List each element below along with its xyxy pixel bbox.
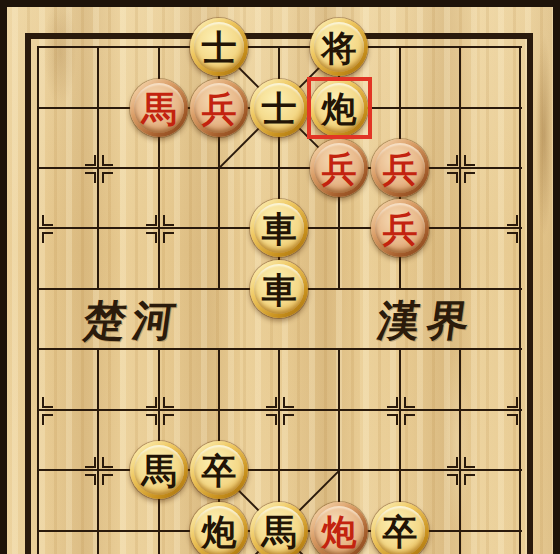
piece-red-soldier[interactable]: 兵 (371, 139, 429, 197)
star-marker-bracket (387, 397, 398, 408)
star-marker-bracket (464, 172, 475, 183)
screen-frame-top (0, 0, 560, 7)
star-marker-bracket (447, 155, 458, 166)
star-marker-bracket (42, 414, 53, 425)
grid-line (459, 46, 461, 290)
star-marker-bracket (42, 232, 53, 243)
xiangqi-app: { "game": "xiangqi", "board": { "river_l… (0, 0, 560, 554)
star-marker-bracket (283, 397, 294, 408)
piece-black-chariot[interactable]: 車 (250, 260, 308, 318)
piece-black-cannon[interactable]: 炮 (190, 502, 248, 554)
piece-black-horse[interactable]: 馬 (250, 502, 308, 554)
piece-character: 兵 (322, 151, 357, 186)
star-marker-bracket (447, 457, 458, 468)
piece-character: 馬 (142, 453, 177, 488)
piece-character: 卒 (383, 514, 418, 549)
grid-line (519, 46, 521, 554)
piece-black-cannon[interactable]: 炮 (310, 79, 368, 137)
star-marker-bracket (464, 457, 475, 468)
piece-red-cannon[interactable]: 炮 (310, 502, 368, 554)
star-marker-bracket (146, 414, 157, 425)
piece-character: 馬 (142, 91, 177, 126)
grid-line (97, 348, 99, 554)
star-marker-bracket (42, 215, 53, 226)
star-marker-bracket (266, 397, 277, 408)
star-marker-bracket (85, 155, 96, 166)
star-marker-bracket (42, 397, 53, 408)
piece-black-general[interactable]: 将 (310, 18, 368, 76)
piece-black-soldier[interactable]: 卒 (190, 441, 248, 499)
star-marker-bracket (507, 397, 518, 408)
star-marker-bracket (404, 414, 415, 425)
screen-frame-right (553, 0, 560, 554)
piece-character: 車 (262, 211, 297, 246)
star-marker-bracket (404, 397, 415, 408)
star-marker-bracket (102, 172, 113, 183)
star-marker-bracket (464, 474, 475, 485)
piece-character: 兵 (383, 151, 418, 186)
screen-frame-left (0, 0, 7, 554)
piece-black-horse[interactable]: 馬 (130, 441, 188, 499)
star-marker-bracket (507, 414, 518, 425)
star-marker-bracket (283, 414, 294, 425)
star-marker-bracket (163, 215, 174, 226)
piece-red-soldier[interactable]: 兵 (310, 139, 368, 197)
star-marker-bracket (163, 397, 174, 408)
star-marker-bracket (85, 474, 96, 485)
star-marker-bracket (464, 155, 475, 166)
piece-character: 将 (322, 30, 357, 65)
star-marker-bracket (102, 155, 113, 166)
star-marker-bracket (146, 232, 157, 243)
star-marker-bracket (447, 172, 458, 183)
star-marker-bracket (507, 232, 518, 243)
river-label-right: 漢界 (369, 297, 486, 345)
star-marker-bracket (146, 397, 157, 408)
piece-character: 士 (262, 91, 297, 126)
piece-red-soldier[interactable]: 兵 (371, 199, 429, 257)
piece-red-soldier[interactable]: 兵 (190, 79, 248, 137)
star-marker-bracket (102, 457, 113, 468)
piece-black-soldier[interactable]: 卒 (371, 502, 429, 554)
piece-character: 馬 (262, 514, 297, 549)
grid-line (97, 46, 99, 290)
star-marker-bracket (163, 232, 174, 243)
piece-character: 兵 (202, 91, 237, 126)
star-marker-bracket (85, 172, 96, 183)
piece-black-advisor[interactable]: 士 (190, 18, 248, 76)
star-marker-bracket (102, 474, 113, 485)
grid-line (459, 348, 461, 554)
piece-character: 炮 (202, 514, 237, 549)
piece-black-chariot[interactable]: 車 (250, 199, 308, 257)
piece-red-horse[interactable]: 馬 (130, 79, 188, 137)
star-marker-bracket (387, 414, 398, 425)
piece-character: 兵 (383, 211, 418, 246)
piece-character: 車 (262, 272, 297, 307)
star-marker-bracket (447, 474, 458, 485)
star-marker-bracket (85, 457, 96, 468)
piece-character: 炮 (322, 91, 357, 126)
star-marker-bracket (146, 215, 157, 226)
river-label-left: 楚河 (75, 297, 192, 345)
piece-character: 士 (202, 30, 237, 65)
star-marker-bracket (507, 215, 518, 226)
piece-black-advisor[interactable]: 士 (250, 79, 308, 137)
piece-character: 炮 (322, 514, 357, 549)
star-marker-bracket (266, 414, 277, 425)
grid-line (37, 46, 39, 554)
piece-character: 卒 (202, 453, 237, 488)
star-marker-bracket (163, 414, 174, 425)
